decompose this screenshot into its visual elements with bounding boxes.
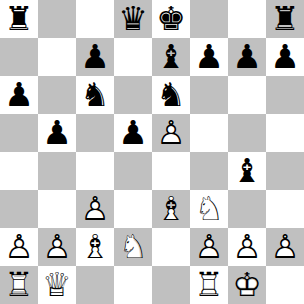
square-d8[interactable]: ♛ bbox=[114, 0, 152, 38]
piece-outline: ♘ bbox=[190, 190, 228, 228]
square-f5[interactable] bbox=[190, 114, 228, 152]
piece-outline: ♖ bbox=[0, 266, 38, 304]
square-g7[interactable]: ♟ bbox=[228, 38, 266, 76]
square-f2[interactable]: ♟♙ bbox=[190, 228, 228, 266]
square-g4[interactable]: ♝ bbox=[228, 152, 266, 190]
square-g1[interactable]: ♚♔ bbox=[228, 266, 266, 304]
square-a1[interactable]: ♜♖ bbox=[0, 266, 38, 304]
square-e3[interactable]: ♝♗ bbox=[152, 190, 190, 228]
square-a7[interactable] bbox=[0, 38, 38, 76]
square-c3[interactable]: ♟♙ bbox=[76, 190, 114, 228]
square-b5[interactable]: ♟ bbox=[38, 114, 76, 152]
square-a5[interactable] bbox=[0, 114, 38, 152]
piece-outline: ♗ bbox=[76, 228, 114, 266]
square-e4[interactable] bbox=[152, 152, 190, 190]
square-e2[interactable] bbox=[152, 228, 190, 266]
piece-outline: ♘ bbox=[114, 228, 152, 266]
square-e8[interactable]: ♚ bbox=[152, 0, 190, 38]
square-a3[interactable] bbox=[0, 190, 38, 228]
square-b4[interactable] bbox=[38, 152, 76, 190]
square-d3[interactable] bbox=[114, 190, 152, 228]
square-c7[interactable]: ♟ bbox=[76, 38, 114, 76]
piece-glyph: ♞ bbox=[152, 76, 190, 114]
square-a8[interactable]: ♜ bbox=[0, 0, 38, 38]
piece-glyph: ♟ bbox=[228, 38, 266, 76]
square-e1[interactable] bbox=[152, 266, 190, 304]
square-d1[interactable] bbox=[114, 266, 152, 304]
square-h3[interactable] bbox=[266, 190, 304, 228]
piece-glyph: ♟ bbox=[266, 38, 304, 76]
piece-glyph: ♟ bbox=[114, 114, 152, 152]
piece-outline: ♙ bbox=[0, 228, 38, 266]
piece-glyph: ♟ bbox=[0, 76, 38, 114]
square-a4[interactable] bbox=[0, 152, 38, 190]
square-g6[interactable] bbox=[228, 76, 266, 114]
square-d4[interactable] bbox=[114, 152, 152, 190]
square-g3[interactable] bbox=[228, 190, 266, 228]
square-g8[interactable] bbox=[228, 0, 266, 38]
piece-glyph: ♞ bbox=[76, 76, 114, 114]
square-b7[interactable] bbox=[38, 38, 76, 76]
piece-glyph: ♝ bbox=[228, 152, 266, 190]
square-f7[interactable]: ♟ bbox=[190, 38, 228, 76]
piece-glyph: ♟ bbox=[38, 114, 76, 152]
square-d6[interactable] bbox=[114, 76, 152, 114]
square-f3[interactable]: ♞♘ bbox=[190, 190, 228, 228]
square-b2[interactable]: ♟♙ bbox=[38, 228, 76, 266]
square-b6[interactable] bbox=[38, 76, 76, 114]
piece-glyph: ♟ bbox=[190, 38, 228, 76]
square-g2[interactable]: ♟♙ bbox=[228, 228, 266, 266]
square-c1[interactable] bbox=[76, 266, 114, 304]
square-b1[interactable]: ♛♕ bbox=[38, 266, 76, 304]
square-h4[interactable] bbox=[266, 152, 304, 190]
piece-outline: ♙ bbox=[266, 228, 304, 266]
piece-glyph: ♜ bbox=[0, 0, 38, 38]
square-b3[interactable] bbox=[38, 190, 76, 228]
square-c5[interactable] bbox=[76, 114, 114, 152]
square-h7[interactable]: ♟ bbox=[266, 38, 304, 76]
piece-outline: ♕ bbox=[38, 266, 76, 304]
square-h5[interactable] bbox=[266, 114, 304, 152]
square-c4[interactable] bbox=[76, 152, 114, 190]
square-c8[interactable] bbox=[76, 0, 114, 38]
square-h6[interactable] bbox=[266, 76, 304, 114]
piece-glyph: ♛ bbox=[114, 0, 152, 38]
square-f6[interactable] bbox=[190, 76, 228, 114]
piece-glyph: ♜ bbox=[266, 0, 304, 38]
piece-outline: ♙ bbox=[38, 228, 76, 266]
square-f1[interactable]: ♜♖ bbox=[190, 266, 228, 304]
square-a6[interactable]: ♟ bbox=[0, 76, 38, 114]
square-h1[interactable] bbox=[266, 266, 304, 304]
piece-outline: ♔ bbox=[228, 266, 266, 304]
piece-glyph: ♝ bbox=[152, 38, 190, 76]
square-f8[interactable] bbox=[190, 0, 228, 38]
square-a2[interactable]: ♟♙ bbox=[0, 228, 38, 266]
square-c6[interactable]: ♞ bbox=[76, 76, 114, 114]
chess-board: ♜♛♚♜♟♝♟♟♟♟♞♞♟♟♟♙♝♟♙♝♗♞♘♟♙♟♙♝♗♞♘♟♙♟♙♟♙♜♖♛… bbox=[0, 0, 304, 304]
square-d2[interactable]: ♞♘ bbox=[114, 228, 152, 266]
square-g5[interactable] bbox=[228, 114, 266, 152]
square-d5[interactable]: ♟ bbox=[114, 114, 152, 152]
square-b8[interactable] bbox=[38, 0, 76, 38]
piece-glyph: ♟ bbox=[76, 38, 114, 76]
piece-outline: ♙ bbox=[190, 228, 228, 266]
piece-glyph: ♚ bbox=[152, 0, 190, 38]
piece-outline: ♙ bbox=[228, 228, 266, 266]
square-f4[interactable] bbox=[190, 152, 228, 190]
piece-outline: ♗ bbox=[152, 190, 190, 228]
square-e6[interactable]: ♞ bbox=[152, 76, 190, 114]
square-c2[interactable]: ♝♗ bbox=[76, 228, 114, 266]
square-h8[interactable]: ♜ bbox=[266, 0, 304, 38]
square-e7[interactable]: ♝ bbox=[152, 38, 190, 76]
square-h2[interactable]: ♟♙ bbox=[266, 228, 304, 266]
piece-outline: ♙ bbox=[76, 190, 114, 228]
square-e5[interactable]: ♟♙ bbox=[152, 114, 190, 152]
square-d7[interactable] bbox=[114, 38, 152, 76]
piece-outline: ♖ bbox=[190, 266, 228, 304]
piece-outline: ♙ bbox=[152, 114, 190, 152]
